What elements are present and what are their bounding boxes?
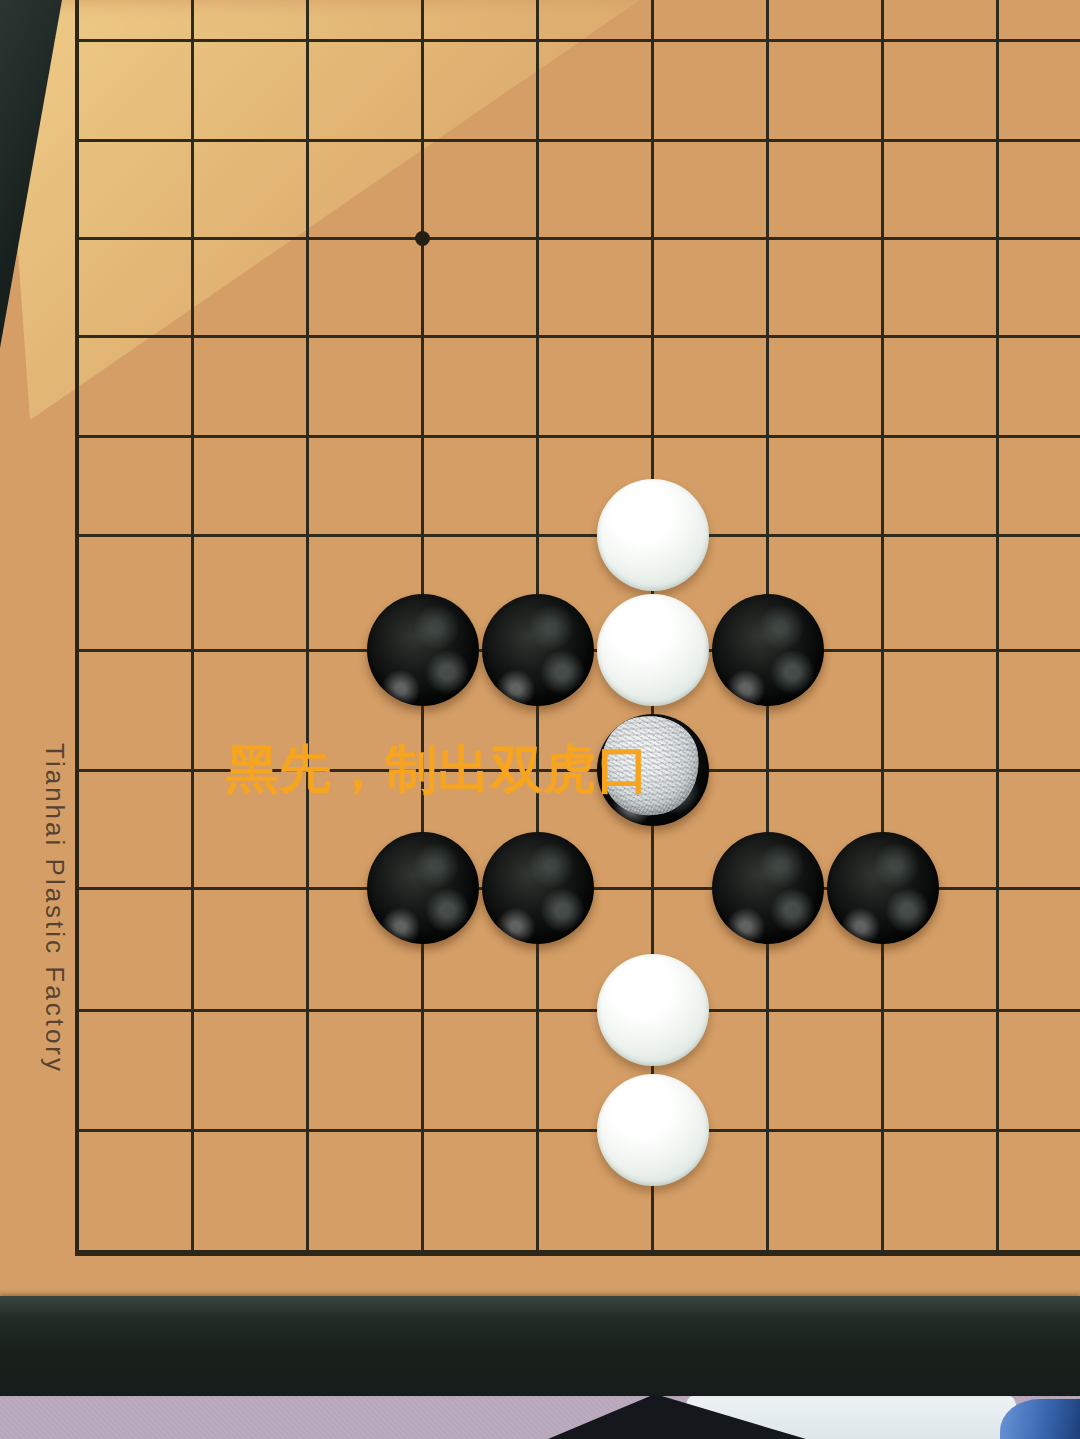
- board-intersection: [135, 496, 250, 574]
- board-intersection: [825, 962, 940, 1058]
- board-intersection: [365, 296, 480, 376]
- black-stone: [482, 594, 594, 706]
- board-intersection: [940, 726, 1055, 814]
- board-intersection: [480, 100, 595, 180]
- board-intersection: [710, 814, 825, 962]
- board-intersection: [940, 100, 1055, 180]
- board-intersection: [710, 296, 825, 376]
- board-intersection: [940, 0, 1055, 100]
- board-intersection: [135, 296, 250, 376]
- board-intersection: [1055, 814, 1080, 962]
- board-intersection: [940, 180, 1055, 296]
- board-intersection: [595, 100, 710, 180]
- black-stone: [367, 594, 479, 706]
- board-edge-line-left: [75, 0, 79, 1253]
- board-intersection: [250, 376, 365, 496]
- board-intersection: [1055, 962, 1080, 1058]
- board-intersection: [940, 296, 1055, 376]
- board-intersection: [825, 0, 940, 100]
- board-intersection: [825, 574, 940, 726]
- board-intersection: [1055, 0, 1080, 100]
- board-intersection: [710, 496, 825, 574]
- board-intersection: [480, 814, 595, 962]
- board-intersection: [595, 496, 710, 574]
- board-intersection: [250, 100, 365, 180]
- board-intersection: [825, 296, 940, 376]
- board-intersection: [710, 0, 825, 100]
- board-intersection: [480, 574, 595, 726]
- board-intersection: [250, 180, 365, 296]
- board-intersection: [940, 1058, 1055, 1202]
- board-intersection: [250, 1058, 365, 1202]
- go-board-wood: Tianhai Plastic Factory: [0, 0, 1080, 1302]
- board-intersection: [595, 376, 710, 496]
- board-intersection: [480, 376, 595, 496]
- board-intersection: [710, 726, 825, 814]
- black-stone: [712, 594, 824, 706]
- board-intersection: [1055, 180, 1080, 296]
- board-intersection: [480, 496, 595, 574]
- puzzle-caption: 黑先，制出双虎口: [226, 741, 650, 797]
- board-intersection: [480, 180, 595, 296]
- board-intersection: [480, 1058, 595, 1202]
- board-intersection: [480, 296, 595, 376]
- board-intersection: [365, 814, 480, 962]
- board-intersection: [1055, 726, 1080, 814]
- board-intersection: [825, 496, 940, 574]
- board-intersection: [365, 100, 480, 180]
- board-intersection: [595, 296, 710, 376]
- board-intersection: [710, 574, 825, 726]
- board-intersection: [250, 574, 365, 726]
- board-intersection: [365, 574, 480, 726]
- board-intersection: [250, 496, 365, 574]
- board-intersection: [595, 962, 710, 1058]
- board-intersection: [135, 962, 250, 1058]
- board-intersection: [365, 962, 480, 1058]
- board-intersection: [710, 1058, 825, 1202]
- board-intersection: [710, 180, 825, 296]
- white-stone: [597, 479, 709, 591]
- board-frame-edge: [0, 1296, 1080, 1396]
- star-point: [415, 231, 430, 246]
- white-stone: [597, 1074, 709, 1186]
- board-intersection: [710, 376, 825, 496]
- board-intersection: [825, 1058, 940, 1202]
- board-intersection: [1055, 376, 1080, 496]
- board-intersection: [135, 1058, 250, 1202]
- board-intersection: [365, 376, 480, 496]
- board-intersection: [135, 574, 250, 726]
- board-intersection: [710, 962, 825, 1058]
- board-intersection: [250, 296, 365, 376]
- board-intersection: [825, 180, 940, 296]
- board-intersection: [135, 814, 250, 962]
- board-intersection: [365, 1058, 480, 1202]
- board-intersection: [940, 814, 1055, 962]
- board-intersection: [250, 962, 365, 1058]
- board-intersection: [135, 180, 250, 296]
- board-intersection: [365, 496, 480, 574]
- board-intersection: [595, 1058, 710, 1202]
- black-stone: [827, 832, 939, 944]
- black-stone: [367, 832, 479, 944]
- board-intersection: [135, 0, 250, 100]
- white-stone: [597, 594, 709, 706]
- board-intersection: [250, 814, 365, 962]
- board-intersection: [1055, 574, 1080, 726]
- board-intersection: [825, 726, 940, 814]
- board-intersection: [365, 0, 480, 100]
- board-intersection: [595, 574, 710, 726]
- white-stone: [597, 954, 709, 1066]
- board-intersection: [135, 376, 250, 496]
- board-intersection: [940, 496, 1055, 574]
- black-stone: [482, 832, 594, 944]
- go-board-grid: [20, 0, 1080, 1304]
- board-intersection: [825, 100, 940, 180]
- board-photo: Tianhai Plastic Factory 黑先，制出双虎口: [0, 0, 1080, 1439]
- board-intersection: [940, 962, 1055, 1058]
- board-intersection: [595, 814, 710, 962]
- board-intersection: [480, 0, 595, 100]
- board-intersection: [940, 574, 1055, 726]
- black-stone: [712, 832, 824, 944]
- board-intersection: [135, 100, 250, 180]
- board-intersection: [480, 962, 595, 1058]
- board-intersection: [1055, 496, 1080, 574]
- board-intersection: [940, 376, 1055, 496]
- board-intersection: [1055, 100, 1080, 180]
- board-intersection: [1055, 1058, 1080, 1202]
- board-edge-line-bottom: [75, 1250, 1080, 1256]
- board-intersection: [595, 0, 710, 100]
- board-brand-text: Tianhai Plastic Factory: [39, 743, 70, 1074]
- board-intersection: [825, 376, 940, 496]
- board-intersection: [710, 100, 825, 180]
- board-intersection: [1055, 296, 1080, 376]
- board-intersection: [595, 180, 710, 296]
- board-intersection: [250, 0, 365, 100]
- board-intersection: [825, 814, 940, 962]
- board-intersection: [365, 180, 480, 296]
